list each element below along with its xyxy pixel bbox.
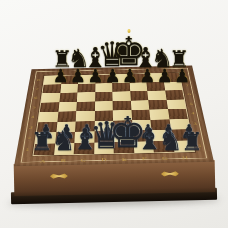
square-h3 [169, 119, 190, 130]
square-b3 [56, 121, 76, 132]
rank-label: 3 [193, 122, 197, 125]
square-h6 [165, 90, 184, 100]
square-f1 [133, 141, 154, 153]
square-a5 [40, 102, 59, 112]
square-e3 [113, 120, 132, 131]
file-label: E [121, 158, 126, 162]
rank-label: 3 [29, 126, 33, 129]
square-c4 [76, 111, 95, 121]
rank-label: 2 [195, 133, 199, 136]
square-d1 [94, 142, 114, 154]
square-e6 [112, 91, 130, 101]
square-h5 [166, 99, 186, 109]
square-c1 [74, 142, 94, 154]
square-h2 [171, 129, 192, 140]
rank-label: 4 [191, 112, 195, 115]
square-g6 [147, 91, 166, 101]
square-b1 [54, 143, 75, 155]
square-g5 [148, 100, 167, 110]
square-c3 [75, 121, 94, 132]
square-d7 [95, 83, 112, 92]
file-label: B [60, 159, 65, 163]
square-g3 [150, 119, 170, 130]
square-d3 [94, 120, 113, 131]
square-h4 [168, 109, 188, 119]
rank-label: 6 [34, 97, 38, 100]
square-f6 [130, 91, 148, 101]
square-b4 [57, 111, 76, 121]
square-f2 [132, 130, 152, 141]
square-c5 [76, 101, 94, 111]
file-label: G [162, 157, 168, 161]
chess-board-grid [34, 73, 194, 155]
rank-label: 7 [185, 84, 189, 87]
square-a2 [35, 132, 56, 143]
file-label: F [142, 157, 147, 161]
square-e7 [112, 83, 130, 92]
product-photo-chess-box: ABCDEFGH1122334455667788 ♜♞♝♛♚♝♞♜♟♟♟♟♟♟♟… [0, 0, 228, 228]
square-a6 [41, 93, 60, 103]
square-g1 [153, 141, 174, 153]
square-b2 [55, 132, 75, 143]
rank-label: 5 [32, 106, 36, 109]
square-d4 [94, 110, 113, 120]
rank-label: 7 [35, 88, 39, 91]
board-perspective-wrapper: ABCDEFGH1122334455667788 [14, 66, 214, 167]
square-a1 [34, 143, 55, 155]
square-b5 [58, 102, 77, 112]
square-a4 [38, 112, 58, 122]
rank-label: 2 [27, 137, 31, 140]
board-frame: ABCDEFGH1122334455667788 [14, 66, 214, 167]
piece-black-q-d8: ♛ [97, 37, 127, 71]
square-e5 [113, 100, 131, 110]
square-g2 [151, 130, 172, 141]
file-label: H [182, 156, 189, 160]
rank-label: 8 [37, 79, 41, 82]
piece-black-k-e8: ♚ [111, 32, 146, 71]
rank-label: 6 [187, 93, 191, 96]
square-h1 [172, 140, 194, 152]
square-d5 [95, 101, 113, 111]
square-a3 [37, 122, 57, 133]
king-finial [127, 29, 130, 33]
file-label: C [81, 159, 86, 163]
square-b7 [60, 84, 78, 93]
gold-ornament-icon [50, 173, 68, 179]
square-f7 [129, 82, 147, 91]
square-e1 [113, 141, 133, 153]
square-a7 [42, 84, 60, 93]
square-f4 [131, 110, 150, 120]
square-g7 [146, 82, 164, 91]
square-d6 [95, 92, 113, 102]
square-e4 [113, 110, 132, 120]
square-d2 [94, 131, 114, 142]
square-c7 [77, 83, 95, 92]
gold-ornament-icon [161, 171, 179, 177]
rank-label: 1 [25, 148, 29, 151]
rank-label: 5 [189, 102, 193, 105]
rank-label: 8 [184, 76, 188, 79]
square-h7 [163, 81, 182, 90]
rank-label: 4 [31, 116, 35, 119]
square-c6 [77, 92, 95, 102]
rank-label: 1 [198, 144, 202, 147]
square-e2 [113, 130, 133, 141]
square-b6 [59, 92, 77, 102]
square-f3 [132, 120, 152, 131]
square-f5 [130, 100, 149, 110]
square-c2 [74, 131, 94, 142]
square-g4 [149, 109, 169, 119]
file-label: D [101, 158, 107, 162]
file-label: A [40, 160, 46, 164]
